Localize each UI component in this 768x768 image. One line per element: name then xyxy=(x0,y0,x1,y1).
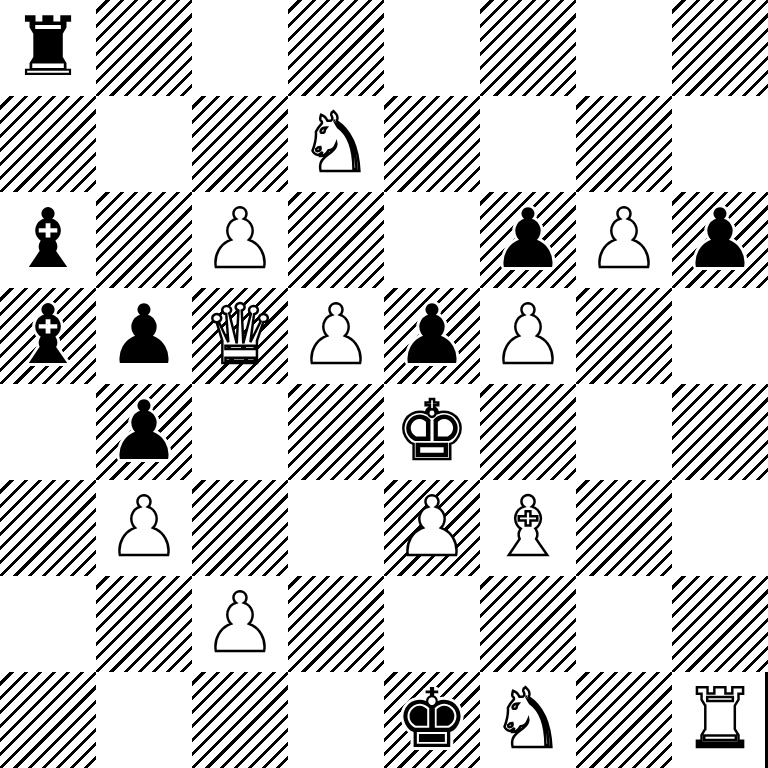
square-h4[interactable] xyxy=(672,384,768,480)
square-h8[interactable] xyxy=(672,0,768,96)
square-f6[interactable]: ♟ xyxy=(480,192,576,288)
square-h7[interactable] xyxy=(672,96,768,192)
piece-white-pawn: ♟ xyxy=(96,480,192,576)
square-d7[interactable]: ♞ xyxy=(288,96,384,192)
square-a1[interactable] xyxy=(0,672,96,768)
square-d2[interactable] xyxy=(288,576,384,672)
piece-white-bishop: ♝ xyxy=(480,480,576,576)
square-d1[interactable] xyxy=(288,672,384,768)
square-f1[interactable]: ♞ xyxy=(480,672,576,768)
square-f2[interactable] xyxy=(480,576,576,672)
square-e8[interactable] xyxy=(384,0,480,96)
piece-black-pawn: ♟ xyxy=(96,384,192,480)
square-b5[interactable]: ♟ xyxy=(96,288,192,384)
square-c2[interactable]: ♟ xyxy=(192,576,288,672)
square-a2[interactable] xyxy=(0,576,96,672)
square-e7[interactable] xyxy=(384,96,480,192)
piece-black-rook: ♜ xyxy=(0,0,96,96)
square-c1[interactable] xyxy=(192,672,288,768)
piece-black-pawn: ♟ xyxy=(672,192,768,288)
square-h3[interactable] xyxy=(672,480,768,576)
square-d4[interactable] xyxy=(288,384,384,480)
square-g3[interactable] xyxy=(576,480,672,576)
square-d6[interactable] xyxy=(288,192,384,288)
square-d3[interactable] xyxy=(288,480,384,576)
square-f7[interactable] xyxy=(480,96,576,192)
square-d5[interactable]: ♟ xyxy=(288,288,384,384)
piece-white-knight: ♞ xyxy=(480,672,576,768)
square-h2[interactable] xyxy=(672,576,768,672)
square-c4[interactable] xyxy=(192,384,288,480)
square-c3[interactable] xyxy=(192,480,288,576)
square-b7[interactable] xyxy=(96,96,192,192)
square-e1[interactable]: ♚ xyxy=(384,672,480,768)
square-e3[interactable]: ♟ xyxy=(384,480,480,576)
square-c8[interactable] xyxy=(192,0,288,96)
square-a8[interactable]: ♜ xyxy=(0,0,96,96)
piece-white-king: ♚ xyxy=(384,384,480,480)
piece-white-rook: ♜ xyxy=(672,672,768,768)
square-a7[interactable] xyxy=(0,96,96,192)
piece-white-knight: ♞ xyxy=(288,96,384,192)
piece-white-pawn: ♟ xyxy=(288,288,384,384)
square-g5[interactable] xyxy=(576,288,672,384)
square-b3[interactable]: ♟ xyxy=(96,480,192,576)
square-f4[interactable] xyxy=(480,384,576,480)
piece-white-pawn: ♟ xyxy=(576,192,672,288)
square-e2[interactable] xyxy=(384,576,480,672)
square-g6[interactable]: ♟ xyxy=(576,192,672,288)
piece-white-queen: ♛ xyxy=(192,288,288,384)
square-g7[interactable] xyxy=(576,96,672,192)
square-c7[interactable] xyxy=(192,96,288,192)
chess-board: ♜♞♝♟♟♟♟♝♟♛♟♟♟♟♚♟♟♝♟♚♞♜ xyxy=(0,0,768,768)
square-b2[interactable] xyxy=(96,576,192,672)
square-g8[interactable] xyxy=(576,0,672,96)
piece-black-king: ♚ xyxy=(384,672,480,768)
square-e6[interactable] xyxy=(384,192,480,288)
square-b8[interactable] xyxy=(96,0,192,96)
square-e5[interactable]: ♟ xyxy=(384,288,480,384)
square-g1[interactable] xyxy=(576,672,672,768)
piece-white-pawn: ♟ xyxy=(384,480,480,576)
square-f5[interactable]: ♟ xyxy=(480,288,576,384)
piece-black-bishop: ♝ xyxy=(0,288,96,384)
square-b1[interactable] xyxy=(96,672,192,768)
square-g4[interactable] xyxy=(576,384,672,480)
square-c6[interactable]: ♟ xyxy=(192,192,288,288)
piece-white-pawn: ♟ xyxy=(192,192,288,288)
square-a3[interactable] xyxy=(0,480,96,576)
square-f8[interactable] xyxy=(480,0,576,96)
square-d8[interactable] xyxy=(288,0,384,96)
piece-black-pawn: ♟ xyxy=(384,288,480,384)
square-b6[interactable] xyxy=(96,192,192,288)
square-g2[interactable] xyxy=(576,576,672,672)
square-a4[interactable] xyxy=(0,384,96,480)
square-a5[interactable]: ♝ xyxy=(0,288,96,384)
piece-black-bishop: ♝ xyxy=(0,192,96,288)
square-b4[interactable]: ♟ xyxy=(96,384,192,480)
piece-black-pawn: ♟ xyxy=(480,192,576,288)
piece-white-pawn: ♟ xyxy=(192,576,288,672)
square-c5[interactable]: ♛ xyxy=(192,288,288,384)
square-a6[interactable]: ♝ xyxy=(0,192,96,288)
square-f3[interactable]: ♝ xyxy=(480,480,576,576)
square-h5[interactable] xyxy=(672,288,768,384)
piece-black-pawn: ♟ xyxy=(96,288,192,384)
piece-white-pawn: ♟ xyxy=(480,288,576,384)
square-h6[interactable]: ♟ xyxy=(672,192,768,288)
square-e4[interactable]: ♚ xyxy=(384,384,480,480)
square-h1[interactable]: ♜ xyxy=(672,672,768,768)
